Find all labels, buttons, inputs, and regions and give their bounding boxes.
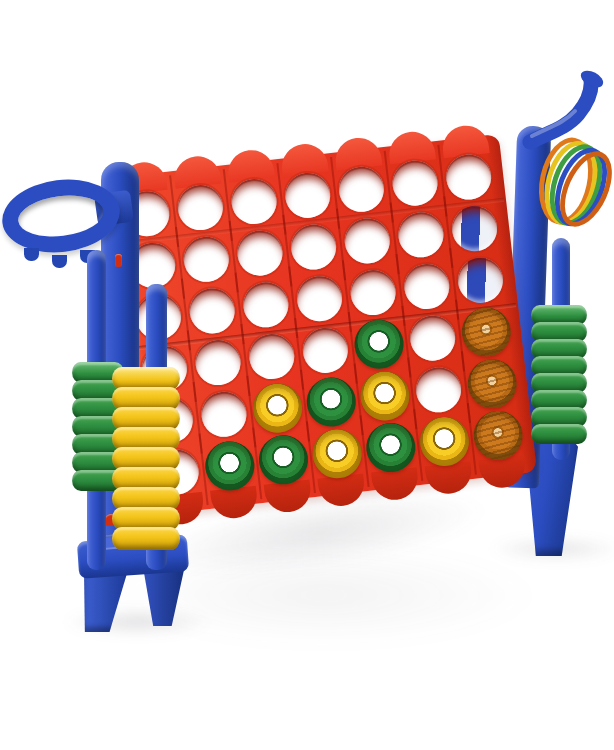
green-disc [256, 433, 310, 487]
cell-r4c3 [243, 328, 303, 386]
hole [342, 216, 392, 266]
cell-r6c2 [201, 438, 261, 496]
cell-r5c2 [195, 386, 255, 444]
cell-r1c7 [439, 149, 499, 207]
cell-r6c5 [362, 419, 422, 477]
hole [390, 158, 440, 208]
left-foot-rear-leg [140, 570, 184, 626]
cell-r6c6 [415, 413, 475, 471]
cell-r5c4 [302, 374, 362, 432]
yellow-disc [310, 427, 364, 481]
orange-disc [465, 357, 519, 411]
hoop-ring [0, 173, 124, 259]
hole [408, 313, 458, 363]
frame-glimpse-hole [450, 204, 500, 254]
cell-r3c5 [344, 264, 404, 322]
cell-r4c5 [350, 316, 410, 374]
cell-r6c7 [469, 407, 529, 465]
hole [193, 338, 243, 388]
hole [414, 365, 464, 415]
hole [396, 210, 446, 260]
cell-r5c6 [409, 361, 469, 419]
hole [247, 332, 297, 382]
cell-r4c4 [296, 322, 356, 380]
hole [235, 228, 285, 278]
hole [199, 389, 249, 439]
green-disc [304, 375, 358, 429]
cell-r2c7 [445, 200, 505, 258]
right-green-ring-stack [531, 305, 587, 444]
hole [241, 280, 291, 330]
hole [187, 286, 237, 336]
hole [402, 262, 452, 312]
hole [295, 274, 345, 324]
green-disc [203, 439, 257, 493]
cell-r2c5 [338, 212, 398, 270]
cell-r3c7 [451, 252, 511, 310]
hole [283, 170, 333, 220]
cell-r1c2 [171, 179, 231, 237]
cell-r6c3 [254, 431, 314, 489]
basketball-hoop [2, 178, 136, 278]
left-foot-front-leg [84, 570, 128, 632]
green-disc [352, 317, 406, 371]
yellow-disc [358, 369, 412, 423]
cell-r4c7 [457, 304, 517, 362]
green-disc [364, 420, 418, 474]
orange-disc [471, 408, 525, 462]
hole [336, 164, 386, 214]
cell-r3c4 [290, 270, 350, 328]
hole [229, 177, 279, 227]
hole [289, 222, 339, 272]
hanging-rings [538, 134, 614, 234]
hoop-tab [52, 255, 67, 268]
cell-r1c4 [279, 167, 339, 225]
green-ring [531, 424, 587, 444]
cell-r5c5 [356, 367, 416, 425]
cell-r2c4 [284, 219, 344, 277]
hole [176, 183, 226, 233]
cell-r6c4 [308, 425, 368, 483]
hole [348, 268, 398, 318]
cell-r1c6 [386, 155, 446, 213]
product-photo-scene [0, 0, 614, 750]
cell-r1c3 [225, 173, 285, 231]
hole [181, 234, 231, 284]
yellow-ring [112, 527, 180, 550]
cell-r5c7 [463, 355, 523, 413]
cell-r2c3 [231, 225, 291, 283]
front-yellow-ring-stack [112, 367, 180, 550]
hole [444, 152, 494, 202]
hoop-tab [24, 248, 39, 261]
cell-r2c2 [177, 231, 237, 289]
hole [300, 325, 350, 375]
frame-glimpse-hole [456, 255, 506, 305]
cell-r3c6 [398, 258, 458, 316]
cell-r1c5 [332, 161, 392, 219]
cell-r4c6 [403, 310, 463, 368]
orange-disc [459, 305, 513, 359]
cell-r3c3 [237, 276, 297, 334]
cell-r3c2 [183, 283, 243, 341]
yellow-disc [417, 414, 471, 468]
cell-r5c3 [248, 380, 308, 438]
cell-r2c6 [392, 206, 452, 264]
cell-r4c2 [189, 334, 249, 392]
yellow-disc [251, 381, 305, 435]
